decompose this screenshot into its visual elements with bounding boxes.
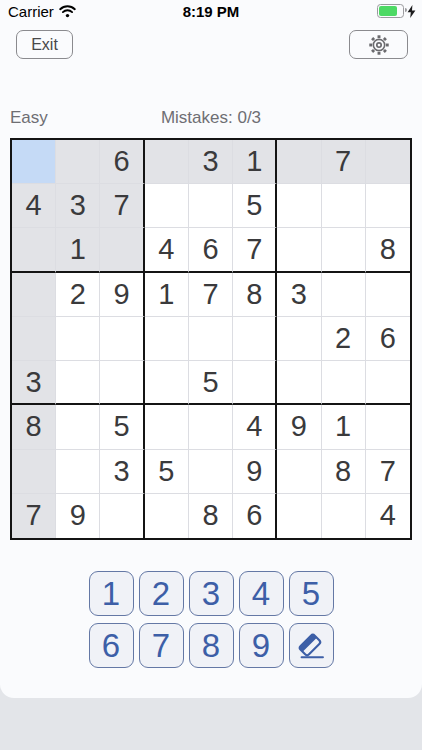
- cell-r1c2[interactable]: [56, 140, 100, 184]
- cell-r2c5[interactable]: [189, 184, 233, 228]
- cell-r5c3[interactable]: [100, 317, 144, 361]
- cell-r1c3[interactable]: 6: [100, 140, 144, 184]
- status-right: [377, 4, 416, 18]
- cell-r4c3[interactable]: 9: [100, 273, 144, 317]
- cell-r1c5[interactable]: 3: [189, 140, 233, 184]
- number-pad-row-2: 6789: [89, 623, 334, 668]
- cell-r5c2[interactable]: [56, 317, 100, 361]
- cell-r3c2[interactable]: 1: [56, 228, 100, 272]
- cell-r2c8[interactable]: [322, 184, 366, 228]
- gear-icon: [368, 34, 390, 56]
- cell-r9c5[interactable]: 8: [189, 494, 233, 538]
- cell-r6c5[interactable]: 5: [189, 361, 233, 405]
- cell-r5c1[interactable]: [12, 317, 56, 361]
- cell-r2c9[interactable]: [366, 184, 410, 228]
- cell-r3c4[interactable]: 4: [145, 228, 189, 272]
- pad-digit-3-button[interactable]: 3: [189, 571, 234, 616]
- pad-digit-6-button[interactable]: 6: [89, 623, 134, 668]
- cell-r7c4[interactable]: [145, 405, 189, 449]
- cell-r5c7[interactable]: [277, 317, 321, 361]
- cell-r9c9[interactable]: 4: [366, 494, 410, 538]
- cell-r7c3[interactable]: 5: [100, 405, 144, 449]
- cell-r2c7[interactable]: [277, 184, 321, 228]
- pad-digit-2-button[interactable]: 2: [139, 571, 184, 616]
- cell-r3c9[interactable]: 8: [366, 228, 410, 272]
- app-screenshot: Carrier 8:19 PM: [0, 0, 422, 750]
- exit-button[interactable]: Exit: [16, 30, 73, 59]
- cell-r7c6[interactable]: 4: [233, 405, 277, 449]
- cell-r2c3[interactable]: 7: [100, 184, 144, 228]
- cell-r9c6[interactable]: 6: [233, 494, 277, 538]
- cell-r9c1[interactable]: 7: [12, 494, 56, 538]
- app-screen: Carrier 8:19 PM: [0, 0, 422, 698]
- cell-r1c7[interactable]: [277, 140, 321, 184]
- cell-r1c4[interactable]: [145, 140, 189, 184]
- cell-r2c6[interactable]: 5: [233, 184, 277, 228]
- cell-r8c5[interactable]: [189, 450, 233, 494]
- cell-r4c2[interactable]: 2: [56, 273, 100, 317]
- cell-r7c7[interactable]: 9: [277, 405, 321, 449]
- battery-icon: [377, 4, 404, 18]
- cell-r7c8[interactable]: 1: [322, 405, 366, 449]
- cell-r4c4[interactable]: 1: [145, 273, 189, 317]
- cell-r3c7[interactable]: [277, 228, 321, 272]
- cell-r9c2[interactable]: 9: [56, 494, 100, 538]
- mistakes-counter: Mistakes: 0/3: [0, 108, 422, 128]
- cell-r8c7[interactable]: [277, 450, 321, 494]
- cell-r2c4[interactable]: [145, 184, 189, 228]
- cell-r3c6[interactable]: 7: [233, 228, 277, 272]
- cell-r5c9[interactable]: 6: [366, 317, 410, 361]
- cell-r5c8[interactable]: 2: [322, 317, 366, 361]
- cell-r6c4[interactable]: [145, 361, 189, 405]
- clock: 8:19 PM: [0, 3, 422, 20]
- cell-r7c2[interactable]: [56, 405, 100, 449]
- cell-r4c6[interactable]: 8: [233, 273, 277, 317]
- eraser-button[interactable]: [289, 623, 334, 668]
- cell-r7c9[interactable]: [366, 405, 410, 449]
- sudoku-board: 63174375146782917832635854913598779864: [10, 138, 412, 540]
- cell-r5c4[interactable]: [145, 317, 189, 361]
- cell-r4c1[interactable]: [12, 273, 56, 317]
- cell-r4c5[interactable]: 7: [189, 273, 233, 317]
- cell-r8c9[interactable]: 7: [366, 450, 410, 494]
- info-row: Easy Mistakes: 0/3: [0, 108, 422, 132]
- cell-r8c6[interactable]: 9: [233, 450, 277, 494]
- cell-r9c3[interactable]: [100, 494, 144, 538]
- cell-r6c2[interactable]: [56, 361, 100, 405]
- cell-r6c3[interactable]: [100, 361, 144, 405]
- cell-r6c1[interactable]: 3: [12, 361, 56, 405]
- status-bar: Carrier 8:19 PM: [0, 0, 422, 22]
- cell-r7c1[interactable]: 8: [12, 405, 56, 449]
- cell-r1c9[interactable]: [366, 140, 410, 184]
- cell-r9c8[interactable]: [322, 494, 366, 538]
- pad-digit-4-button[interactable]: 4: [239, 571, 284, 616]
- pad-digit-9-button[interactable]: 9: [239, 623, 284, 668]
- cell-r5c5[interactable]: [189, 317, 233, 361]
- cell-r3c3[interactable]: [100, 228, 144, 272]
- cell-r8c3[interactable]: 3: [100, 450, 144, 494]
- cell-r8c4[interactable]: 5: [145, 450, 189, 494]
- cell-r8c2[interactable]: [56, 450, 100, 494]
- settings-button[interactable]: [349, 30, 408, 59]
- cell-r6c9[interactable]: [366, 361, 410, 405]
- cell-r1c8[interactable]: 7: [322, 140, 366, 184]
- cell-r6c6[interactable]: [233, 361, 277, 405]
- cell-r6c8[interactable]: [322, 361, 366, 405]
- cell-r3c1[interactable]: [12, 228, 56, 272]
- eraser-icon: [296, 631, 326, 661]
- cell-r8c8[interactable]: 8: [322, 450, 366, 494]
- pad-digit-7-button[interactable]: 7: [139, 623, 184, 668]
- cell-r1c1[interactable]: [12, 140, 56, 184]
- cell-r7c5[interactable]: [189, 405, 233, 449]
- cell-r5c6[interactable]: [233, 317, 277, 361]
- cell-r9c4[interactable]: [145, 494, 189, 538]
- pad-digit-5-button[interactable]: 5: [289, 571, 334, 616]
- cell-r2c1[interactable]: 4: [12, 184, 56, 228]
- cell-r4c8[interactable]: [322, 273, 366, 317]
- cell-r8c1[interactable]: [12, 450, 56, 494]
- number-pad-row-1: 12345: [89, 571, 334, 616]
- cell-r4c7[interactable]: 3: [277, 273, 321, 317]
- cell-r6c7[interactable]: [277, 361, 321, 405]
- cell-r2c2[interactable]: 3: [56, 184, 100, 228]
- pad-digit-8-button[interactable]: 8: [189, 623, 234, 668]
- pad-digit-1-button[interactable]: 1: [89, 571, 134, 616]
- cell-r3c8[interactable]: [322, 228, 366, 272]
- cell-r1c6[interactable]: 1: [233, 140, 277, 184]
- cell-r3c5[interactable]: 6: [189, 228, 233, 272]
- number-pad: 12345 6789: [0, 571, 422, 668]
- charging-bolt-icon: [407, 5, 416, 18]
- cell-r4c9[interactable]: [366, 273, 410, 317]
- cell-r9c7[interactable]: [277, 494, 321, 538]
